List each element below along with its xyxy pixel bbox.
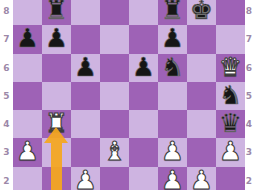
square-h4[interactable]: ♛ <box>216 110 245 138</box>
square-a2[interactable] <box>13 167 42 191</box>
square-b5[interactable] <box>42 82 71 110</box>
piece-black-pawn-a7[interactable]: ♟ <box>16 24 39 52</box>
square-f6[interactable]: ♞ <box>158 54 187 82</box>
square-f3[interactable]: ♟ <box>158 138 187 166</box>
square-c3[interactable] <box>71 138 100 166</box>
rank-label-6: 6 <box>245 54 253 82</box>
rank-label-7: 7 <box>245 25 253 53</box>
square-g2[interactable]: ♟ <box>187 167 216 191</box>
square-d8[interactable] <box>100 0 129 25</box>
rank-label-7: 7 <box>0 25 13 53</box>
square-g6[interactable] <box>187 54 216 82</box>
square-b3[interactable] <box>42 138 71 166</box>
piece-white-pawn-f3[interactable]: ♟ <box>161 137 184 165</box>
square-c7[interactable] <box>71 25 100 53</box>
square-e4[interactable] <box>129 110 158 138</box>
square-e7[interactable] <box>129 25 158 53</box>
piece-black-king-g8[interactable]: ♚ <box>190 0 213 24</box>
piece-white-rook-b4[interactable]: ♜ <box>45 109 68 137</box>
piece-black-pawn-c6[interactable]: ♟ <box>74 53 97 81</box>
square-a8[interactable] <box>13 0 42 25</box>
square-f4[interactable] <box>158 110 187 138</box>
square-a3[interactable]: ♟ <box>13 138 42 166</box>
piece-black-pawn-f7[interactable]: ♟ <box>161 24 184 52</box>
piece-white-pawn-h3[interactable]: ♟ <box>219 137 242 165</box>
rank-labels-right: 8765432 <box>245 0 253 190</box>
piece-white-pawn-f2[interactable]: ♟ <box>161 166 184 190</box>
piece-white-pawn-g2[interactable]: ♟ <box>190 166 213 190</box>
piece-black-knight-f6[interactable]: ♞ <box>161 53 184 81</box>
square-e6[interactable]: ♟ <box>129 54 158 82</box>
square-b4[interactable]: ♜ <box>42 110 71 138</box>
rank-label-8: 8 <box>0 0 13 25</box>
square-f7[interactable]: ♟ <box>158 25 187 53</box>
square-e8[interactable] <box>129 0 158 25</box>
square-c8[interactable] <box>71 0 100 25</box>
square-a5[interactable] <box>13 82 42 110</box>
square-c5[interactable] <box>71 82 100 110</box>
square-h3[interactable]: ♟ <box>216 138 245 166</box>
piece-black-knight-h5[interactable]: ♞ <box>219 81 242 109</box>
square-c4[interactable] <box>71 110 100 138</box>
rank-label-4: 4 <box>245 110 253 138</box>
piece-black-rook-f8[interactable]: ♜ <box>161 0 184 24</box>
piece-white-pawn-c2[interactable]: ♟ <box>74 166 97 190</box>
square-f5[interactable] <box>158 82 187 110</box>
rank-label-8: 8 <box>245 0 253 25</box>
square-h5[interactable]: ♞ <box>216 82 245 110</box>
square-b7[interactable]: ♟ <box>42 25 71 53</box>
square-d7[interactable] <box>100 25 129 53</box>
square-f2[interactable]: ♟ <box>158 167 187 191</box>
square-g3[interactable] <box>187 138 216 166</box>
piece-white-pawn-a3[interactable]: ♟ <box>16 137 39 165</box>
square-e2[interactable] <box>129 167 158 191</box>
square-h7[interactable] <box>216 25 245 53</box>
square-b6[interactable] <box>42 54 71 82</box>
rank-label-5: 5 <box>0 82 13 110</box>
square-g8[interactable]: ♚ <box>187 0 216 25</box>
square-h2[interactable] <box>216 167 245 191</box>
piece-white-queen-h6[interactable]: ♛ <box>219 53 242 81</box>
square-d4[interactable] <box>100 110 129 138</box>
rank-label-3: 3 <box>0 138 13 166</box>
rank-label-5: 5 <box>245 82 253 110</box>
piece-black-pawn-e6[interactable]: ♟ <box>132 53 155 81</box>
square-h8[interactable] <box>216 0 245 25</box>
square-g7[interactable] <box>187 25 216 53</box>
square-d5[interactable] <box>100 82 129 110</box>
square-c2[interactable]: ♟ <box>71 167 100 191</box>
square-e3[interactable] <box>129 138 158 166</box>
chess-board: ♜♜♚♟♟♟♟♟♞♛♞♜♛♟♝♟♟♟♟♟ <box>13 0 245 190</box>
chess-board-screenshot: 8765432 ♜♜♚♟♟♟♟♟♞♛♞♜♛♟♝♟♟♟♟♟ 8765432 <box>0 0 253 190</box>
square-g5[interactable] <box>187 82 216 110</box>
piece-black-rook-b8[interactable]: ♜ <box>45 0 68 24</box>
square-b2[interactable] <box>42 167 71 191</box>
square-d2[interactable] <box>100 167 129 191</box>
square-b8[interactable]: ♜ <box>42 0 71 25</box>
rank-label-2: 2 <box>0 167 13 191</box>
square-g4[interactable] <box>187 110 216 138</box>
square-e5[interactable] <box>129 82 158 110</box>
piece-white-bishop-d3[interactable]: ♝ <box>103 137 126 165</box>
square-a6[interactable] <box>13 54 42 82</box>
square-c6[interactable]: ♟ <box>71 54 100 82</box>
square-a4[interactable] <box>13 110 42 138</box>
square-a7[interactable]: ♟ <box>13 25 42 53</box>
rank-label-3: 3 <box>245 138 253 166</box>
square-d3[interactable]: ♝ <box>100 138 129 166</box>
square-f8[interactable]: ♜ <box>158 0 187 25</box>
rank-label-2: 2 <box>245 167 253 191</box>
rank-labels-left: 8765432 <box>0 0 13 190</box>
square-d6[interactable] <box>100 54 129 82</box>
piece-black-queen-h4[interactable]: ♛ <box>219 109 242 137</box>
rank-label-4: 4 <box>0 110 13 138</box>
square-h6[interactable]: ♛ <box>216 54 245 82</box>
rank-label-6: 6 <box>0 54 13 82</box>
piece-black-pawn-b7[interactable]: ♟ <box>45 24 68 52</box>
